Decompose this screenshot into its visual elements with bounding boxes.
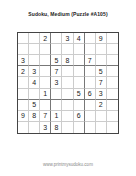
cell-r1c9[interactable] [107, 33, 118, 44]
cell-r6c7[interactable]: 6 [85, 89, 96, 100]
cell-r2c5[interactable] [62, 44, 73, 55]
cell-r3c8[interactable] [96, 55, 107, 66]
cell-r8c3[interactable]: 7 [40, 111, 51, 122]
cell-r6c3[interactable]: 1 [40, 89, 51, 100]
cell-r8c6[interactable]: 6 [74, 111, 85, 122]
cell-r5c9[interactable] [107, 77, 118, 88]
cell-r1c7[interactable] [85, 33, 96, 44]
cell-r1c8[interactable]: 9 [96, 33, 107, 44]
cell-r3c2[interactable] [29, 55, 40, 66]
cell-r5c8[interactable]: 7 [96, 77, 107, 88]
page-title: Sudoku, Medium (Puzzle #A105) [0, 11, 136, 17]
cell-r2c2[interactable] [29, 44, 40, 55]
sudoku-grid: 2349358723754371563529871638 [17, 32, 119, 134]
cell-r1c6[interactable]: 4 [74, 33, 85, 44]
cell-r6c1[interactable] [18, 89, 29, 100]
cell-r5c6[interactable] [74, 77, 85, 88]
cell-r7c3[interactable] [40, 100, 51, 111]
cell-r9c6[interactable] [74, 122, 85, 133]
cell-r9c5[interactable] [62, 122, 73, 133]
cell-r7c4[interactable] [51, 100, 62, 111]
cell-r4c7[interactable] [85, 66, 96, 77]
cell-r3c1[interactable]: 3 [18, 55, 29, 66]
cell-r2c8[interactable] [96, 44, 107, 55]
cell-r5c2[interactable]: 4 [29, 77, 40, 88]
cell-r2c4[interactable] [51, 44, 62, 55]
cell-r1c4[interactable] [51, 33, 62, 44]
footer-url: www.printmysudoku.com [0, 162, 136, 167]
cell-r8c5[interactable] [62, 111, 73, 122]
cell-r2c6[interactable] [74, 44, 85, 55]
cell-r4c6[interactable] [74, 66, 85, 77]
cell-r3c4[interactable]: 5 [51, 55, 62, 66]
cell-r7c6[interactable] [74, 100, 85, 111]
cell-r6c5[interactable] [62, 89, 73, 100]
cell-r4c3[interactable] [40, 66, 51, 77]
cell-r7c7[interactable] [85, 100, 96, 111]
cell-r9c3[interactable]: 3 [40, 122, 51, 133]
cell-r8c7[interactable] [85, 111, 96, 122]
cell-r6c6[interactable]: 5 [74, 89, 85, 100]
cell-r3c9[interactable] [107, 55, 118, 66]
cell-r5c7[interactable] [85, 77, 96, 88]
cell-r7c8[interactable]: 2 [96, 100, 107, 111]
cell-r6c9[interactable] [107, 89, 118, 100]
cell-r9c2[interactable] [29, 122, 40, 133]
cell-r4c4[interactable]: 7 [51, 66, 62, 77]
cell-r8c4[interactable]: 1 [51, 111, 62, 122]
cell-r9c1[interactable] [18, 122, 29, 133]
cell-r1c1[interactable] [18, 33, 29, 44]
cell-r9c4[interactable]: 8 [51, 122, 62, 133]
cell-r7c1[interactable] [18, 100, 29, 111]
cell-r5c4[interactable]: 3 [51, 77, 62, 88]
cell-r7c9[interactable] [107, 100, 118, 111]
cell-r7c2[interactable]: 5 [29, 100, 40, 111]
cell-r6c4[interactable] [51, 89, 62, 100]
cell-r4c1[interactable]: 2 [18, 66, 29, 77]
cell-r1c3[interactable]: 2 [40, 33, 51, 44]
sudoku-page: Sudoku, Medium (Puzzle #A105) 2349358723… [0, 0, 136, 176]
cell-r5c3[interactable] [40, 77, 51, 88]
cell-r5c5[interactable] [62, 77, 73, 88]
cell-r7c5[interactable] [62, 100, 73, 111]
cell-r4c9[interactable] [107, 66, 118, 77]
cell-r8c9[interactable] [107, 111, 118, 122]
cell-r9c9[interactable] [107, 122, 118, 133]
cell-r3c7[interactable]: 7 [85, 55, 96, 66]
cell-r1c5[interactable]: 3 [62, 33, 73, 44]
cell-r2c7[interactable] [85, 44, 96, 55]
cell-r2c1[interactable] [18, 44, 29, 55]
cell-r8c8[interactable] [96, 111, 107, 122]
cell-r4c8[interactable]: 5 [96, 66, 107, 77]
cell-r2c9[interactable] [107, 44, 118, 55]
cell-r6c2[interactable] [29, 89, 40, 100]
cell-r6c8[interactable]: 3 [96, 89, 107, 100]
cell-r9c7[interactable] [85, 122, 96, 133]
cell-r3c5[interactable]: 8 [62, 55, 73, 66]
cell-r3c3[interactable] [40, 55, 51, 66]
cell-r5c1[interactable] [18, 77, 29, 88]
cell-r8c1[interactable]: 9 [18, 111, 29, 122]
cell-r8c2[interactable]: 8 [29, 111, 40, 122]
cell-r3c6[interactable] [74, 55, 85, 66]
cell-r1c2[interactable] [29, 33, 40, 44]
cell-r4c5[interactable] [62, 66, 73, 77]
cell-r9c8[interactable] [96, 122, 107, 133]
cell-r2c3[interactable] [40, 44, 51, 55]
cell-r4c2[interactable]: 3 [29, 66, 40, 77]
